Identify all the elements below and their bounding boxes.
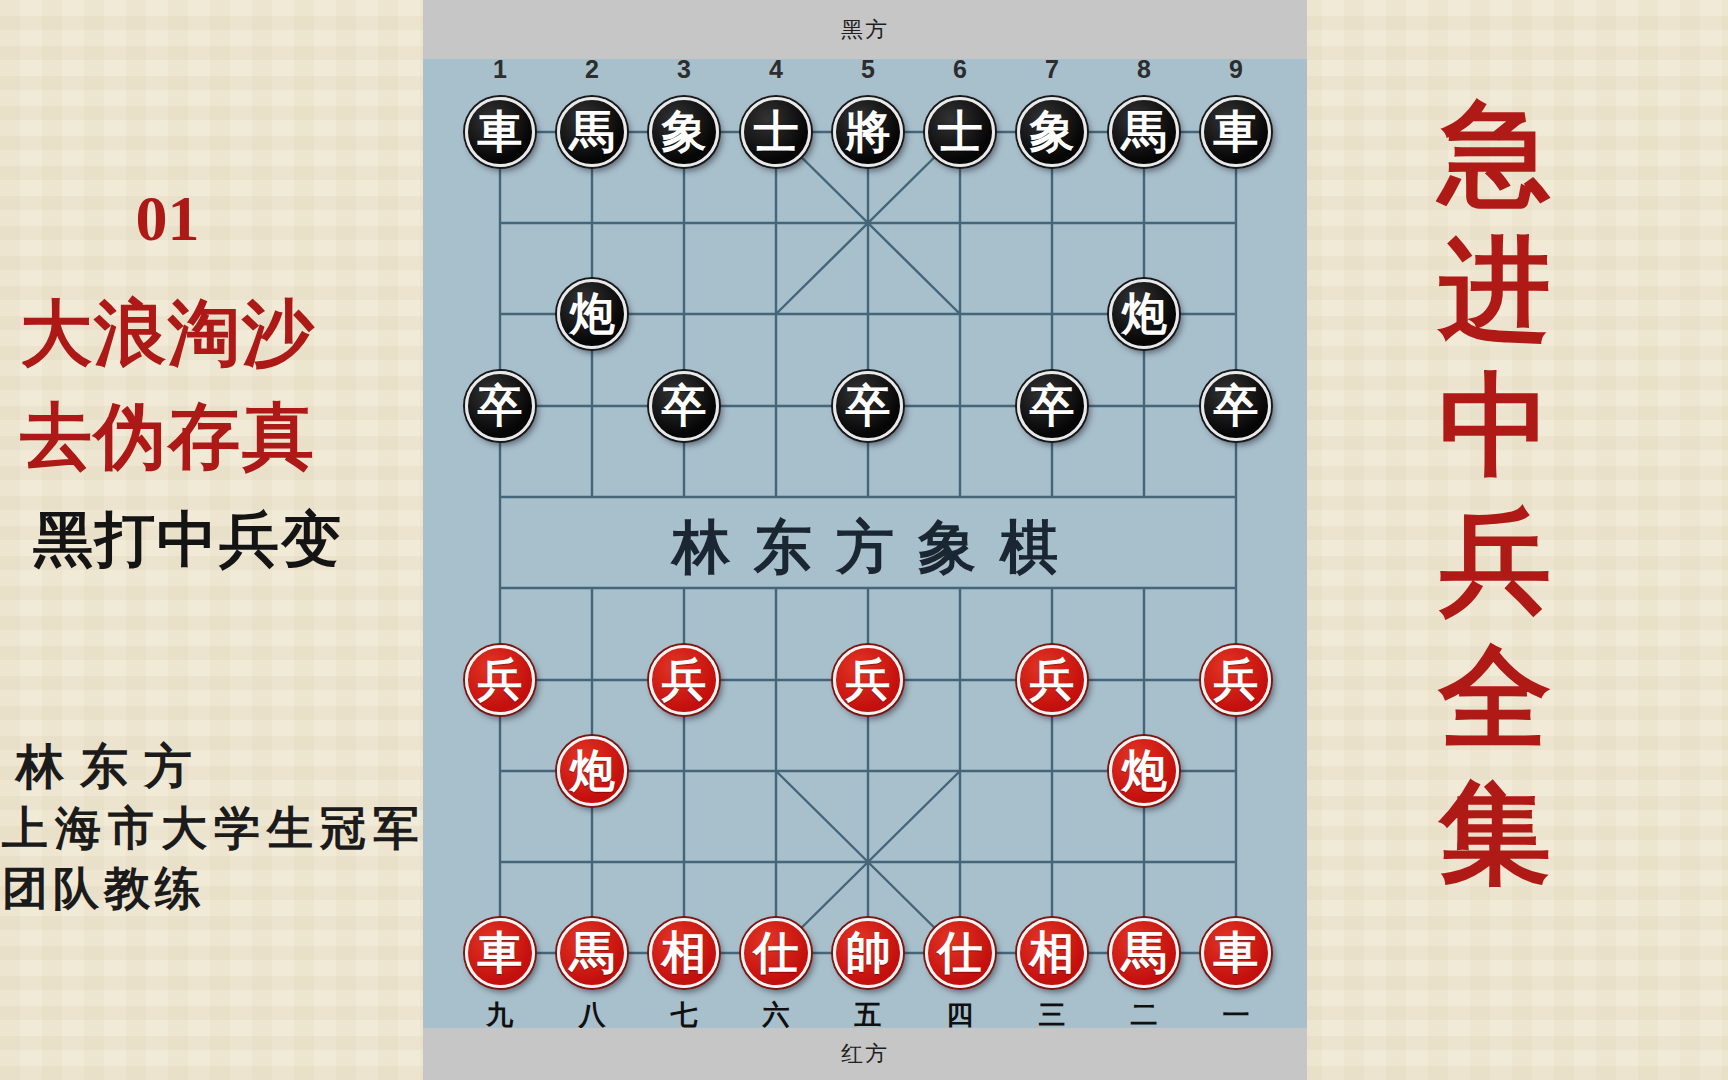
series-title-char-2: 进 xyxy=(1439,234,1551,346)
piece-black-f2-r1[interactable]: 馬 xyxy=(557,97,627,167)
episode-number: 01 xyxy=(0,182,335,256)
series-title-char-1: 急 xyxy=(1439,98,1551,210)
piece-red-f9-r7[interactable]: 兵 xyxy=(1201,645,1271,715)
top-file-label-4: 4 xyxy=(754,55,798,84)
top-file-label-8: 8 xyxy=(1122,55,1166,84)
author-credential-2: 团队教练 xyxy=(2,858,206,920)
top-file-label-5: 5 xyxy=(846,55,890,84)
series-title-char-4: 兵 xyxy=(1439,506,1551,618)
piece-black-f3-r1[interactable]: 象 xyxy=(649,97,719,167)
series-title-char-5: 全 xyxy=(1439,642,1551,754)
black-side-bar: 黑方 xyxy=(423,0,1307,59)
piece-black-f9-r4[interactable]: 卒 xyxy=(1201,371,1271,441)
piece-black-f9-r1[interactable]: 車 xyxy=(1201,97,1271,167)
top-file-label-2: 2 xyxy=(570,55,614,84)
piece-black-f1-r4[interactable]: 卒 xyxy=(465,371,535,441)
piece-black-f7-r1[interactable]: 象 xyxy=(1017,97,1087,167)
piece-black-f1-r1[interactable]: 車 xyxy=(465,97,535,167)
author-credential-1: 上海市大学生冠军 xyxy=(2,798,426,860)
piece-red-f9-r10[interactable]: 車 xyxy=(1201,918,1271,988)
piece-black-f5-r4[interactable]: 卒 xyxy=(833,371,903,441)
top-file-label-7: 7 xyxy=(1030,55,1074,84)
black-side-label: 黑方 xyxy=(841,15,889,45)
red-side-label: 红方 xyxy=(841,1039,889,1069)
piece-black-f8-r1[interactable]: 馬 xyxy=(1109,97,1179,167)
slide-background: { "game": "xiangqi", "position": { "fen"… xyxy=(0,0,1728,1080)
series-vertical-title: 急进中兵全集 xyxy=(1432,98,1558,890)
top-file-label-9: 9 xyxy=(1214,55,1258,84)
top-file-label-6: 6 xyxy=(938,55,982,84)
piece-red-f5-r10[interactable]: 帥 xyxy=(833,918,903,988)
piece-black-f4-r1[interactable]: 士 xyxy=(741,97,811,167)
series-title-char-3: 中 xyxy=(1439,370,1551,482)
piece-red-f5-r7[interactable]: 兵 xyxy=(833,645,903,715)
piece-red-f7-r7[interactable]: 兵 xyxy=(1017,645,1087,715)
top-file-label-1: 1 xyxy=(478,55,522,84)
piece-black-f7-r4[interactable]: 卒 xyxy=(1017,371,1087,441)
piece-red-f3-r10[interactable]: 相 xyxy=(649,918,719,988)
piece-red-f6-r10[interactable]: 仕 xyxy=(925,918,995,988)
piece-red-f8-r8[interactable]: 炮 xyxy=(1109,736,1179,806)
piece-red-f8-r10[interactable]: 馬 xyxy=(1109,918,1179,988)
title-line-2: 去伪存真 xyxy=(0,389,342,485)
piece-black-f3-r4[interactable]: 卒 xyxy=(649,371,719,441)
series-title-char-6: 集 xyxy=(1439,778,1551,890)
top-file-label-3: 3 xyxy=(662,55,706,84)
piece-black-f5-r1[interactable]: 將 xyxy=(833,97,903,167)
author-name: 林东方 xyxy=(16,735,208,799)
title-line-1: 大浪淘沙 xyxy=(0,286,342,382)
piece-red-f7-r10[interactable]: 相 xyxy=(1017,918,1087,988)
river-watermark-text: 林东方象棋 xyxy=(423,509,1307,587)
piece-black-f6-r1[interactable]: 士 xyxy=(925,97,995,167)
piece-red-f2-r8[interactable]: 炮 xyxy=(557,736,627,806)
variation-subtitle: 黑打中兵变 xyxy=(18,500,358,581)
piece-black-f8-r3[interactable]: 炮 xyxy=(1109,279,1179,349)
piece-red-f1-r10[interactable]: 車 xyxy=(465,918,535,988)
xiangqi-board-window: 黑方 123456789 九八七六五四三二一 林东方象棋 車馬象士將士象馬車炮炮… xyxy=(423,0,1307,1080)
piece-black-f2-r3[interactable]: 炮 xyxy=(557,279,627,349)
piece-red-f1-r7[interactable]: 兵 xyxy=(465,645,535,715)
piece-red-f4-r10[interactable]: 仕 xyxy=(741,918,811,988)
piece-red-f3-r7[interactable]: 兵 xyxy=(649,645,719,715)
red-side-bar: 红方 xyxy=(423,1028,1307,1080)
piece-red-f2-r10[interactable]: 馬 xyxy=(557,918,627,988)
